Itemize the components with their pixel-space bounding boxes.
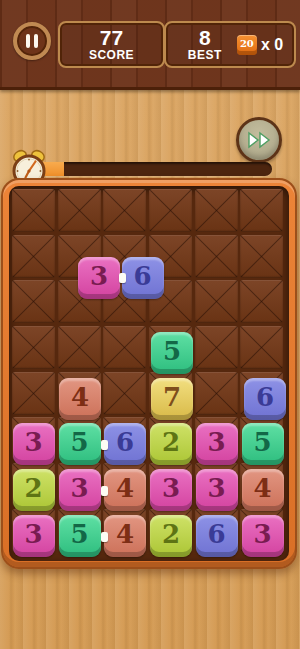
board-cell-r4c0 [12,372,55,415]
board-cell-r0c5 [240,189,283,232]
number-tile-4[interactable]: 4 [104,515,146,557]
number-tile-3[interactable]: 3 [78,257,120,299]
score-label: SCORE [89,48,134,62]
board-cell-r1c5 [240,235,283,278]
board-cell-r2c0 [12,280,55,323]
number-tile-3[interactable]: 3 [196,469,238,511]
number-tile-4[interactable]: 4 [242,469,284,511]
number-tile-4[interactable]: 4 [104,469,146,511]
number-tile-6[interactable]: 6 [104,423,146,465]
number-tile-5[interactable]: 5 [59,423,101,465]
fast-forward-icon [246,131,272,149]
timer-progress-bar [36,162,272,176]
number-tile-3[interactable]: 3 [242,515,284,557]
tile-link-marker [101,532,108,542]
tile-link-marker [119,273,126,283]
number-tile-3[interactable]: 3 [196,423,238,465]
best-value: 8 [199,28,211,48]
board-cell-r3c0 [12,326,55,369]
board-cell-r1c4 [195,235,238,278]
number-tile-5[interactable]: 5 [242,423,284,465]
tile-link-marker [101,440,108,450]
number-tile-5[interactable]: 5 [59,515,101,557]
board-cell-r2c5 [240,280,283,323]
number-tile-4[interactable]: 4 [59,378,101,420]
number-tile-2[interactable]: 2 [13,469,55,511]
number-tile-5[interactable]: 5 [151,332,193,374]
board-cell-r1c0 [12,235,55,278]
fast-forward-button[interactable] [236,117,282,163]
tile-link-marker [101,486,108,496]
board-cell-r3c5 [240,326,283,369]
number-tile-6[interactable]: 6 [122,257,164,299]
bonus-20-tile-icon: 20 [237,35,257,55]
board-cell-r2c4 [195,280,238,323]
board-cell-r4c4 [195,372,238,415]
best-label: BEST [188,48,222,62]
number-tile-3[interactable]: 3 [150,469,192,511]
score-panel: 77 SCORE [58,21,165,68]
board-cell-r4c2 [103,372,146,415]
number-tile-3[interactable]: 3 [13,515,55,557]
board-cell-r0c3 [149,189,192,232]
board-cell-r0c1 [58,189,101,232]
number-tile-6[interactable]: 6 [196,515,238,557]
board-cell-r3c2 [103,326,146,369]
number-tile-6[interactable]: 6 [244,378,286,420]
board-cell-r0c2 [103,189,146,232]
pause-icon [26,34,38,48]
board-cell-r3c1 [58,326,101,369]
bonus-count: x 0 [261,36,283,54]
best-panel: 8 BEST 20 x 0 [164,21,296,68]
score-value: 77 [100,28,123,48]
game-screen: 77 SCORE 8 BEST 20 x 0 [0,0,300,649]
number-tile-3[interactable]: 3 [13,423,55,465]
pause-button[interactable] [13,22,51,60]
number-tile-3[interactable]: 3 [59,469,101,511]
board-cell-r3c4 [195,326,238,369]
number-tile-2[interactable]: 2 [150,423,192,465]
board-cell-r0c0 [12,189,55,232]
board-cell-r0c4 [195,189,238,232]
number-tile-2[interactable]: 2 [150,515,192,557]
number-tile-7[interactable]: 7 [151,378,193,420]
header-bar: 77 SCORE 8 BEST 20 x 0 [0,0,300,90]
